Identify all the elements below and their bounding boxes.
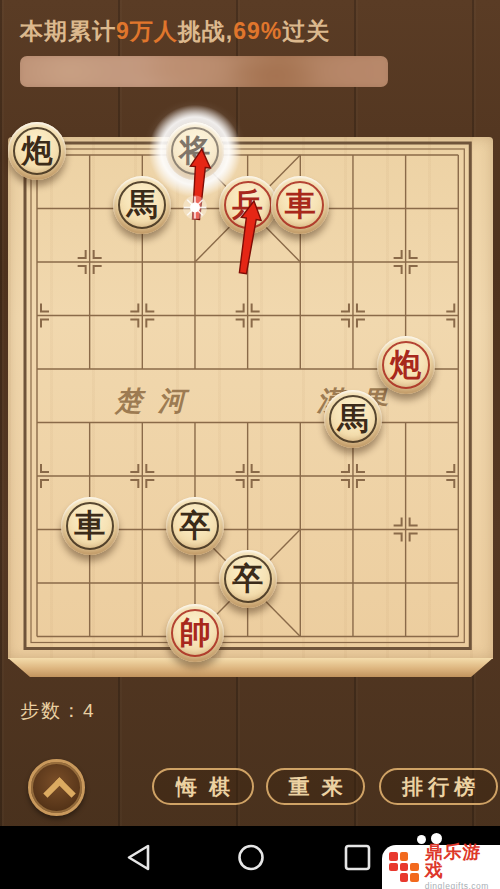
step-count-value: 4 — [83, 700, 96, 721]
watermark-dot — [431, 833, 442, 844]
watermark-logo — [389, 852, 419, 882]
undo-move-button[interactable]: 悔棋 — [152, 768, 254, 805]
chevron-up-icon — [43, 777, 76, 810]
leaderboard-button[interactable]: 排行榜 — [379, 768, 498, 805]
hint-arrow — [239, 201, 261, 274]
watermark-badge: 鼎乐游戏 dinglegifts.com — [382, 845, 500, 889]
recents-icon[interactable] — [346, 846, 369, 869]
watermark-name: 鼎乐游戏 — [425, 843, 500, 879]
step-counter: 步数：4 — [20, 698, 96, 724]
back-icon[interactable] — [129, 846, 148, 869]
watermark-dot — [417, 835, 426, 844]
watermark-domain: dinglegifts.com — [425, 882, 500, 889]
move-arrows — [0, 0, 500, 700]
expand-panel-button[interactable] — [28, 759, 85, 816]
home-icon[interactable] — [240, 846, 263, 869]
restart-button[interactable]: 重来 — [266, 768, 365, 805]
app-screen: 本期累计9万人挑战,69%过关 楚河 漢界 炮将馬兵車炮馬車卒卒帥 步数：4 悔… — [0, 0, 500, 889]
